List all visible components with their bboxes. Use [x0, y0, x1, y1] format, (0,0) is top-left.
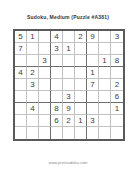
sudoku-cell-r4c4[interactable]	[51, 67, 63, 79]
sudoku-cell-r7c5: 9	[63, 103, 75, 115]
sudoku-cell-r6c2[interactable]	[27, 91, 39, 103]
sudoku-board: 5142937313184213723648916213	[13, 29, 125, 141]
sudoku-cell-r8c1[interactable]	[15, 115, 27, 127]
sudoku-cell-r1c9: 3	[111, 31, 123, 43]
sudoku-cell-r1c6: 2	[75, 31, 87, 43]
sudoku-cell-r2c9[interactable]	[111, 43, 123, 55]
sudoku-cell-r2c1: 7	[15, 43, 27, 55]
sudoku-cell-r3c9: 8	[111, 55, 123, 67]
sudoku-cell-r6c3[interactable]	[39, 91, 51, 103]
sudoku-cell-r8c8[interactable]	[99, 115, 111, 127]
sudoku-cell-r9c3[interactable]	[39, 127, 51, 139]
sudoku-cell-r5c4[interactable]	[51, 79, 63, 91]
sudoku-cell-r4c2: 2	[27, 67, 39, 79]
sudoku-cell-r5c1[interactable]	[15, 79, 27, 91]
sudoku-cell-r3c3: 3	[39, 55, 51, 67]
sudoku-cell-r6c8[interactable]	[99, 91, 111, 103]
sudoku-cell-r1c3[interactable]	[39, 31, 51, 43]
sudoku-cell-r5c9: 2	[111, 79, 123, 91]
sudoku-cell-r7c9: 1	[111, 103, 123, 115]
sudoku-cell-r2c5: 1	[63, 43, 75, 55]
page-title: Sudoku, Medium (Puzzle #A381)	[0, 14, 136, 20]
sudoku-cell-r4c5[interactable]	[63, 67, 75, 79]
sudoku-cell-r8c9[interactable]	[111, 115, 123, 127]
sudoku-cell-r8c5: 2	[63, 115, 75, 127]
sudoku-cell-r2c3[interactable]	[39, 43, 51, 55]
sudoku-cell-r5c7: 7	[87, 79, 99, 91]
sudoku-cell-r7c2: 4	[27, 103, 39, 115]
sudoku-cell-r5c3[interactable]	[39, 79, 51, 91]
sudoku-cell-r6c6[interactable]	[75, 91, 87, 103]
sudoku-cell-r1c2: 1	[27, 31, 39, 43]
sudoku-cell-r2c8[interactable]	[99, 43, 111, 55]
sudoku-cell-r4c3[interactable]	[39, 67, 51, 79]
sudoku-cell-r1c8[interactable]	[99, 31, 111, 43]
sudoku-cell-r7c3[interactable]	[39, 103, 51, 115]
sudoku-cell-r2c6[interactable]	[75, 43, 87, 55]
sudoku-cell-r9c8[interactable]	[99, 127, 111, 139]
sudoku-cell-r9c4[interactable]	[51, 127, 63, 139]
sudoku-cell-r4c1: 4	[15, 67, 27, 79]
sudoku-cell-r2c7[interactable]	[87, 43, 99, 55]
sudoku-cell-r8c2[interactable]	[27, 115, 39, 127]
sudoku-cell-r5c2: 3	[27, 79, 39, 91]
sudoku-cell-r2c2[interactable]	[27, 43, 39, 55]
sudoku-cell-r1c7: 9	[87, 31, 99, 43]
sudoku-cell-r4c8[interactable]	[99, 67, 111, 79]
sudoku-cell-r3c2[interactable]	[27, 55, 39, 67]
sudoku-cell-r7c8[interactable]	[99, 103, 111, 115]
sudoku-cell-r7c1[interactable]	[15, 103, 27, 115]
footer-url: www.printsudoku.com	[0, 160, 136, 165]
sudoku-cell-r5c8[interactable]	[99, 79, 111, 91]
sudoku-cell-r4c6[interactable]	[75, 67, 87, 79]
sudoku-cell-r8c3[interactable]	[39, 115, 51, 127]
sudoku-cell-r8c4: 6	[51, 115, 63, 127]
sudoku-cell-r1c4: 4	[51, 31, 63, 43]
sudoku-cell-r9c1[interactable]	[15, 127, 27, 139]
sudoku-cell-r3c1[interactable]	[15, 55, 27, 67]
sudoku-cell-r9c2[interactable]	[27, 127, 39, 139]
sudoku-cell-r4c9[interactable]	[111, 67, 123, 79]
sudoku-cell-r7c6[interactable]	[75, 103, 87, 115]
sudoku-cell-r6c9: 6	[111, 91, 123, 103]
sudoku-cell-r7c7[interactable]	[87, 103, 99, 115]
sudoku-cell-r3c4[interactable]	[51, 55, 63, 67]
sudoku-cell-r9c7[interactable]	[87, 127, 99, 139]
sudoku-cell-r3c8: 1	[99, 55, 111, 67]
sudoku-cell-r8c6: 1	[75, 115, 87, 127]
sudoku-cell-r9c5[interactable]	[63, 127, 75, 139]
sudoku-cell-r5c5[interactable]	[63, 79, 75, 91]
sudoku-cell-r7c4: 8	[51, 103, 63, 115]
sudoku-cell-r1c5[interactable]	[63, 31, 75, 43]
sudoku-cell-r3c7[interactable]	[87, 55, 99, 67]
sudoku-cell-r2c4: 3	[51, 43, 63, 55]
sudoku-cell-r6c5: 3	[63, 91, 75, 103]
sudoku-cell-r1c1: 5	[15, 31, 27, 43]
sudoku-cell-r5c6[interactable]	[75, 79, 87, 91]
sudoku-cell-r6c7[interactable]	[87, 91, 99, 103]
sudoku-cell-r4c7: 1	[87, 67, 99, 79]
sudoku-cell-r6c1[interactable]	[15, 91, 27, 103]
sudoku-cell-r8c7: 3	[87, 115, 99, 127]
sudoku-cell-r3c6[interactable]	[75, 55, 87, 67]
sudoku-cell-r6c4[interactable]	[51, 91, 63, 103]
sudoku-cell-r9c9[interactable]	[111, 127, 123, 139]
sudoku-cell-r9c6[interactable]	[75, 127, 87, 139]
sudoku-cell-r3c5[interactable]	[63, 55, 75, 67]
